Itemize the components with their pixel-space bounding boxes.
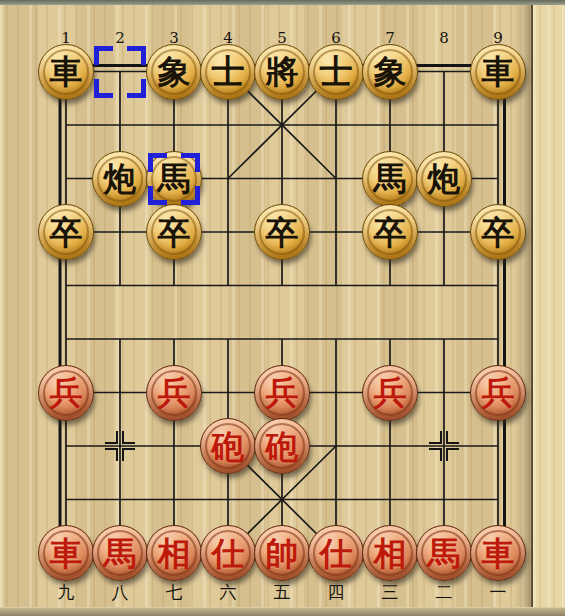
piece-black-soldier[interactable]: 卒: [38, 204, 94, 260]
piece-black-cannon[interactable]: 炮: [416, 151, 472, 207]
elephant-glyph: 相: [374, 537, 407, 570]
piece-black-soldier[interactable]: 卒: [146, 204, 202, 260]
piece-red-soldier[interactable]: 兵: [146, 365, 202, 421]
point-marker-corner: [105, 431, 118, 444]
piece-red-advisor[interactable]: 仕: [308, 525, 364, 581]
point-marker-corner: [429, 448, 442, 461]
piece-black-soldier[interactable]: 卒: [254, 204, 310, 260]
piece-red-horse[interactable]: 馬: [92, 525, 148, 581]
soldier-glyph: 卒: [158, 216, 191, 249]
highlight-corner: [148, 153, 167, 172]
highlight-corner: [148, 186, 167, 205]
file-label-bottom-6: 四: [328, 581, 345, 604]
highlight-corner: [94, 79, 113, 98]
last-move-to-marker: [148, 153, 200, 205]
piece-red-elephant[interactable]: 相: [362, 525, 418, 581]
soldier-glyph: 卒: [50, 216, 83, 249]
horse-glyph: 馬: [104, 537, 137, 570]
soldier-glyph: 兵: [50, 376, 83, 409]
piece-black-advisor[interactable]: 士: [200, 44, 256, 100]
last-move-from-marker: [94, 46, 146, 98]
piece-black-advisor[interactable]: 士: [308, 44, 364, 100]
highlight-corner: [181, 186, 200, 205]
piece-black-elephant[interactable]: 象: [146, 44, 202, 100]
file-label-bottom-3: 七: [166, 581, 183, 604]
chariot-glyph: 車: [482, 537, 515, 570]
piece-black-chariot[interactable]: 車: [38, 44, 94, 100]
soldier-glyph: 卒: [482, 216, 515, 249]
piece-red-general[interactable]: 帥: [254, 525, 310, 581]
piece-black-horse[interactable]: 馬: [362, 151, 418, 207]
point-marker-corner: [446, 448, 459, 461]
elephant-glyph: 象: [158, 55, 191, 88]
file-label-bottom-1: 九: [58, 581, 75, 604]
point-marker-corner: [122, 448, 135, 461]
horse-glyph: 馬: [428, 537, 461, 570]
file-label-top-8: 8: [439, 29, 449, 47]
soldier-glyph: 卒: [266, 216, 299, 249]
xiangqi-app: 車象士將士象車炮馬馬炮卒卒卒卒卒兵兵兵兵兵砲砲車馬相仕帥仕相馬車 1234567…: [0, 0, 565, 616]
piece-red-soldier[interactable]: 兵: [254, 365, 310, 421]
file-label-bottom-7: 三: [382, 581, 399, 604]
piece-black-soldier[interactable]: 卒: [470, 204, 526, 260]
cannon-glyph: 炮: [428, 162, 461, 195]
piece-black-elephant[interactable]: 象: [362, 44, 418, 100]
file-label-bottom-2: 八: [112, 581, 129, 604]
elephant-glyph: 相: [158, 537, 191, 570]
horse-glyph: 馬: [374, 162, 407, 195]
general-glyph: 將: [266, 55, 299, 88]
cannon-glyph: 砲: [212, 430, 245, 463]
highlight-corner: [94, 46, 113, 65]
soldier-glyph: 兵: [158, 376, 191, 409]
piece-red-soldier[interactable]: 兵: [38, 365, 94, 421]
general-glyph: 帥: [266, 537, 299, 570]
cannon-glyph: 炮: [104, 162, 137, 195]
chariot-glyph: 車: [482, 55, 515, 88]
soldier-glyph: 兵: [374, 376, 407, 409]
advisor-glyph: 仕: [320, 537, 353, 570]
advisor-glyph: 仕: [212, 537, 245, 570]
soldier-glyph: 兵: [482, 376, 515, 409]
soldier-glyph: 兵: [266, 376, 299, 409]
point-marker: [429, 431, 459, 461]
advisor-glyph: 士: [212, 55, 245, 88]
piece-black-general[interactable]: 將: [254, 44, 310, 100]
piece-black-cannon[interactable]: 炮: [92, 151, 148, 207]
piece-red-advisor[interactable]: 仕: [200, 525, 256, 581]
piece-black-chariot[interactable]: 車: [470, 44, 526, 100]
highlight-corner: [181, 153, 200, 172]
advisor-glyph: 士: [320, 55, 353, 88]
piece-red-elephant[interactable]: 相: [146, 525, 202, 581]
elephant-glyph: 象: [374, 55, 407, 88]
chariot-glyph: 車: [50, 537, 83, 570]
file-label-top-2: 2: [115, 29, 125, 47]
piece-black-soldier[interactable]: 卒: [362, 204, 418, 260]
point-marker-corner: [446, 431, 459, 444]
piece-red-cannon[interactable]: 砲: [200, 418, 256, 474]
file-label-bottom-9: 一: [490, 581, 507, 604]
file-label-bottom-4: 六: [220, 581, 237, 604]
highlight-corner: [127, 46, 146, 65]
piece-red-chariot[interactable]: 車: [470, 525, 526, 581]
piece-red-soldier[interactable]: 兵: [362, 365, 418, 421]
piece-red-soldier[interactable]: 兵: [470, 365, 526, 421]
file-label-bottom-5: 五: [274, 581, 291, 604]
file-label-bottom-8: 二: [436, 581, 453, 604]
piece-red-horse[interactable]: 馬: [416, 525, 472, 581]
point-marker-corner: [122, 431, 135, 444]
soldier-glyph: 卒: [374, 216, 407, 249]
piece-red-chariot[interactable]: 車: [38, 525, 94, 581]
cannon-glyph: 砲: [266, 430, 299, 463]
piece-red-cannon[interactable]: 砲: [254, 418, 310, 474]
point-marker-corner: [429, 431, 442, 444]
point-marker-corner: [105, 448, 118, 461]
highlight-corner: [127, 79, 146, 98]
chariot-glyph: 車: [50, 55, 83, 88]
point-marker: [105, 431, 135, 461]
